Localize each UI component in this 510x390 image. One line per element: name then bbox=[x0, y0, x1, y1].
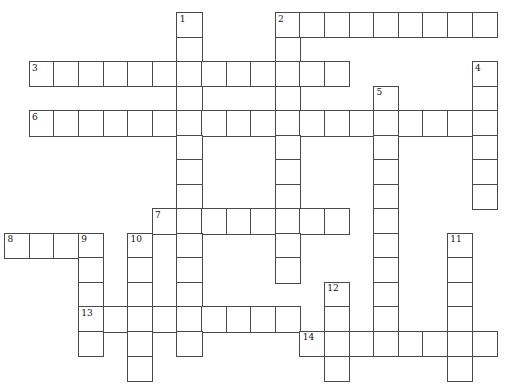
cell-r12-c10[interactable] bbox=[250, 306, 276, 332]
cell-r0-c15[interactable] bbox=[373, 12, 399, 38]
cell-r2-c5[interactable] bbox=[127, 61, 153, 87]
cell-r13-c5[interactable] bbox=[127, 331, 153, 357]
cell-r4-c16[interactable] bbox=[398, 110, 424, 136]
cell-r11-c3[interactable] bbox=[78, 282, 104, 308]
cell-r0-c18[interactable] bbox=[447, 12, 473, 38]
cell-r9-c15[interactable] bbox=[373, 233, 399, 259]
cell-r0-c14[interactable] bbox=[349, 12, 375, 38]
cell-r9-c1[interactable] bbox=[29, 233, 55, 259]
cell-r4-c13[interactable] bbox=[324, 110, 350, 136]
cell-r0-c13[interactable] bbox=[324, 12, 350, 38]
cell-r4-c3[interactable] bbox=[78, 110, 104, 136]
cell-r7-c15[interactable] bbox=[373, 184, 399, 210]
cell-r4-c4[interactable] bbox=[103, 110, 129, 136]
cell-r1-c7[interactable] bbox=[176, 37, 202, 63]
cell-r4-c1[interactable] bbox=[29, 110, 55, 136]
cell-r0-c17[interactable] bbox=[422, 12, 448, 38]
cell-r4-c17[interactable] bbox=[422, 110, 448, 136]
cell-r14-c13[interactable] bbox=[324, 356, 350, 382]
cell-r14-c18[interactable] bbox=[447, 356, 473, 382]
cell-r12-c7[interactable] bbox=[176, 306, 202, 332]
cell-r2-c11[interactable] bbox=[275, 61, 301, 87]
cell-r12-c3[interactable] bbox=[78, 306, 104, 332]
cell-r4-c18[interactable] bbox=[447, 110, 473, 136]
cell-r13-c12[interactable] bbox=[299, 331, 325, 357]
cell-r8-c12[interactable] bbox=[299, 208, 325, 234]
cell-r7-c19[interactable] bbox=[472, 184, 498, 210]
cell-r6-c7[interactable] bbox=[176, 159, 202, 185]
cell-r8-c15[interactable] bbox=[373, 208, 399, 234]
cell-r13-c17[interactable] bbox=[422, 331, 448, 357]
cell-r5-c19[interactable] bbox=[472, 135, 498, 161]
cell-r9-c5[interactable] bbox=[127, 233, 153, 259]
cell-r0-c7[interactable] bbox=[176, 12, 202, 38]
cell-r5-c11[interactable] bbox=[275, 135, 301, 161]
cell-r8-c6[interactable] bbox=[152, 208, 178, 234]
cell-r0-c12[interactable] bbox=[299, 12, 325, 38]
cell-r10-c3[interactable] bbox=[78, 257, 104, 283]
cell-r13-c19[interactable] bbox=[472, 331, 498, 357]
cell-r7-c7[interactable] bbox=[176, 184, 202, 210]
cell-r4-c19[interactable] bbox=[472, 110, 498, 136]
cell-r6-c19[interactable] bbox=[472, 159, 498, 185]
cell-r13-c18[interactable] bbox=[447, 331, 473, 357]
cell-r4-c6[interactable] bbox=[152, 110, 178, 136]
cell-r10-c7[interactable] bbox=[176, 257, 202, 283]
cell-r8-c13[interactable] bbox=[324, 208, 350, 234]
cell-r2-c19[interactable] bbox=[472, 61, 498, 87]
cell-r4-c15[interactable] bbox=[373, 110, 399, 136]
cell-r10-c18[interactable] bbox=[447, 257, 473, 283]
cell-r2-c3[interactable] bbox=[78, 61, 104, 87]
cell-r13-c15[interactable] bbox=[373, 331, 399, 357]
cell-r9-c0[interactable] bbox=[4, 233, 30, 259]
cell-r9-c3[interactable] bbox=[78, 233, 104, 259]
cell-r2-c1[interactable] bbox=[29, 61, 55, 87]
cell-r12-c11[interactable] bbox=[275, 306, 301, 332]
cell-r5-c15[interactable] bbox=[373, 135, 399, 161]
cell-r5-c7[interactable] bbox=[176, 135, 202, 161]
cell-r3-c15[interactable] bbox=[373, 86, 399, 112]
cell-r4-c11[interactable] bbox=[275, 110, 301, 136]
cell-r11-c5[interactable] bbox=[127, 282, 153, 308]
cell-r0-c11[interactable] bbox=[275, 12, 301, 38]
cell-r12-c8[interactable] bbox=[201, 306, 227, 332]
cell-r12-c5[interactable] bbox=[127, 306, 153, 332]
cell-r9-c7[interactable] bbox=[176, 233, 202, 259]
cell-r11-c18[interactable] bbox=[447, 282, 473, 308]
cell-r8-c10[interactable] bbox=[250, 208, 276, 234]
cell-r12-c4[interactable] bbox=[103, 306, 129, 332]
cell-r13-c3[interactable] bbox=[78, 331, 104, 357]
cell-r12-c6[interactable] bbox=[152, 306, 178, 332]
cell-r12-c15[interactable] bbox=[373, 306, 399, 332]
cell-r14-c5[interactable] bbox=[127, 356, 153, 382]
cell-r2-c2[interactable] bbox=[53, 61, 79, 87]
cell-r6-c15[interactable] bbox=[373, 159, 399, 185]
cell-r13-c7[interactable] bbox=[176, 331, 202, 357]
cell-r8-c9[interactable] bbox=[226, 208, 252, 234]
cell-r11-c7[interactable] bbox=[176, 282, 202, 308]
crossword-page: 1234567891011121314 bbox=[0, 0, 510, 390]
cell-r8-c11[interactable] bbox=[275, 208, 301, 234]
cell-r10-c15[interactable] bbox=[373, 257, 399, 283]
cell-r4-c10[interactable] bbox=[250, 110, 276, 136]
cell-r2-c4[interactable] bbox=[103, 61, 129, 87]
cell-r13-c16[interactable] bbox=[398, 331, 424, 357]
cell-r4-c7[interactable] bbox=[176, 110, 202, 136]
cell-r8-c7[interactable] bbox=[176, 208, 202, 234]
cell-r2-c12[interactable] bbox=[299, 61, 325, 87]
cell-r9-c18[interactable] bbox=[447, 233, 473, 259]
cell-r4-c14[interactable] bbox=[349, 110, 375, 136]
cell-r6-c11[interactable] bbox=[275, 159, 301, 185]
cell-r11-c13[interactable] bbox=[324, 282, 350, 308]
cell-r7-c11[interactable] bbox=[275, 184, 301, 210]
cell-r4-c2[interactable] bbox=[53, 110, 79, 136]
cell-r2-c7[interactable] bbox=[176, 61, 202, 87]
cell-r2-c10[interactable] bbox=[250, 61, 276, 87]
cell-r2-c9[interactable] bbox=[226, 61, 252, 87]
cell-r4-c9[interactable] bbox=[226, 110, 252, 136]
cell-r0-c16[interactable] bbox=[398, 12, 424, 38]
cell-r2-c13[interactable] bbox=[324, 61, 350, 87]
cell-r11-c15[interactable] bbox=[373, 282, 399, 308]
cell-r8-c8[interactable] bbox=[201, 208, 227, 234]
cell-r13-c14[interactable] bbox=[349, 331, 375, 357]
cell-r9-c11[interactable] bbox=[275, 233, 301, 259]
cell-r3-c19[interactable] bbox=[472, 86, 498, 112]
cell-r1-c11[interactable] bbox=[275, 37, 301, 63]
cell-r9-c2[interactable] bbox=[53, 233, 79, 259]
cell-r2-c6[interactable] bbox=[152, 61, 178, 87]
cell-r4-c5[interactable] bbox=[127, 110, 153, 136]
cell-r2-c8[interactable] bbox=[201, 61, 227, 87]
cell-r3-c7[interactable] bbox=[176, 86, 202, 112]
cell-r10-c5[interactable] bbox=[127, 257, 153, 283]
cell-r3-c11[interactable] bbox=[275, 86, 301, 112]
cell-r12-c18[interactable] bbox=[447, 306, 473, 332]
cell-r10-c11[interactable] bbox=[275, 257, 301, 283]
cell-r4-c12[interactable] bbox=[299, 110, 325, 136]
cell-r13-c13[interactable] bbox=[324, 331, 350, 357]
cell-r4-c8[interactable] bbox=[201, 110, 227, 136]
cell-r12-c13[interactable] bbox=[324, 306, 350, 332]
cell-r12-c9[interactable] bbox=[226, 306, 252, 332]
cell-r0-c19[interactable] bbox=[472, 12, 498, 38]
